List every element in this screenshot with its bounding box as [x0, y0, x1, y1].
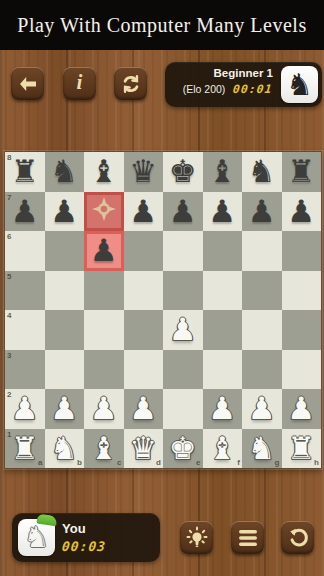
- square-d7[interactable]: ♟: [124, 192, 164, 232]
- player-name: You: [62, 521, 106, 536]
- square-e7[interactable]: ♟: [163, 192, 203, 232]
- square-g2[interactable]: ♟: [242, 389, 282, 429]
- back-button[interactable]: [11, 67, 44, 100]
- square-a8[interactable]: 8♜: [5, 152, 45, 192]
- player-panel: ♞ You 00:03: [12, 513, 160, 562]
- piece-white-pawn: ♟: [208, 393, 236, 424]
- piece-white-bishop: ♝: [90, 433, 118, 464]
- square-h7[interactable]: ♟: [282, 192, 322, 232]
- hamburger-menu-icon: [238, 529, 258, 547]
- square-d1[interactable]: d♛: [124, 429, 164, 469]
- square-f3[interactable]: [203, 350, 243, 390]
- square-d4[interactable]: [124, 310, 164, 350]
- square-b1[interactable]: b♞: [45, 429, 85, 469]
- piece-black-rook: ♜: [287, 156, 315, 187]
- piece-black-knight: ♞: [248, 156, 276, 187]
- square-g4[interactable]: [242, 310, 282, 350]
- square-h2[interactable]: ♟: [282, 389, 322, 429]
- square-d5[interactable]: [124, 271, 164, 311]
- piece-white-bishop: ♝: [208, 433, 236, 464]
- opponent-info: Beginner 1 (Elo 200) 00:01: [183, 67, 273, 96]
- rank-label-5: 5: [7, 272, 11, 281]
- opponent-elo: (Elo 200): [183, 83, 226, 95]
- piece-white-pawn: ♟: [11, 393, 39, 424]
- player-clock: 00:03: [61, 539, 107, 554]
- square-b5[interactable]: [45, 271, 85, 311]
- rank-label-7: 7: [7, 193, 11, 202]
- piece-white-knight: ♞: [248, 433, 276, 464]
- piece-black-pawn: ♟: [287, 196, 315, 227]
- piece-black-pawn: ♟: [90, 235, 118, 266]
- piece-white-queen: ♛: [129, 433, 157, 464]
- square-f6[interactable]: [203, 231, 243, 271]
- file-label-b: b: [77, 458, 82, 467]
- piece-black-king: ♚: [169, 156, 197, 187]
- piece-white-pawn: ♟: [129, 393, 157, 424]
- back-arrow-icon: [18, 76, 38, 92]
- opponent-clock: 00:01: [233, 82, 274, 96]
- square-g1[interactable]: g♞: [242, 429, 282, 469]
- square-c8[interactable]: ♝: [84, 152, 124, 192]
- piece-black-pawn: ♟: [208, 196, 236, 227]
- piece-black-pawn: ♟: [50, 196, 78, 227]
- lightbulb-icon: [185, 526, 209, 550]
- square-c6[interactable]: ♟: [84, 231, 124, 271]
- file-label-e: e: [196, 458, 200, 467]
- square-b4[interactable]: [45, 310, 85, 350]
- square-e2[interactable]: [163, 389, 203, 429]
- piece-white-pawn: ♟: [287, 393, 315, 424]
- piece-black-rook: ♜: [11, 156, 39, 187]
- file-label-h: h: [314, 458, 319, 467]
- square-e8[interactable]: ♚: [163, 152, 203, 192]
- square-e6[interactable]: [163, 231, 203, 271]
- rank-label-1: 1: [7, 430, 11, 439]
- square-b6[interactable]: [45, 231, 85, 271]
- square-a4[interactable]: 4: [5, 310, 45, 350]
- opponent-avatar: ♞: [281, 66, 318, 103]
- square-b7[interactable]: ♟: [45, 192, 85, 232]
- hint-button[interactable]: [180, 521, 213, 554]
- square-h6[interactable]: [282, 231, 322, 271]
- piece-white-king: ♚: [169, 433, 197, 464]
- square-a7[interactable]: 7♟: [5, 192, 45, 232]
- square-c2[interactable]: ♟: [84, 389, 124, 429]
- square-c7[interactable]: [84, 192, 124, 232]
- file-label-f: f: [237, 458, 240, 467]
- square-g6[interactable]: [242, 231, 282, 271]
- square-a6[interactable]: 6: [5, 231, 45, 271]
- piece-white-knight: ♞: [50, 433, 78, 464]
- square-e1[interactable]: e♚: [163, 429, 203, 469]
- white-knight-avatar-icon: ♞: [24, 523, 50, 552]
- square-f4[interactable]: [203, 310, 243, 350]
- square-a3[interactable]: 3: [5, 350, 45, 390]
- square-g5[interactable]: [242, 271, 282, 311]
- info-icon: i: [77, 72, 83, 95]
- menu-button[interactable]: [231, 521, 264, 554]
- piece-white-pawn: ♟: [50, 393, 78, 424]
- square-d2[interactable]: ♟: [124, 389, 164, 429]
- rank-label-4: 4: [7, 311, 11, 320]
- black-knight-avatar-icon: ♞: [286, 70, 313, 100]
- square-c4[interactable]: [84, 310, 124, 350]
- piece-black-pawn: ♟: [248, 196, 276, 227]
- square-d3[interactable]: [124, 350, 164, 390]
- square-f8[interactable]: ♝: [203, 152, 243, 192]
- rank-label-6: 6: [7, 232, 11, 241]
- page-title: Play With Computer Many Levels: [17, 14, 306, 37]
- undo-button[interactable]: [281, 521, 314, 554]
- square-c3[interactable]: [84, 350, 124, 390]
- piece-black-pawn: ♟: [11, 196, 39, 227]
- piece-white-rook: ♜: [287, 433, 315, 464]
- square-g7[interactable]: ♟: [242, 192, 282, 232]
- square-h4[interactable]: [282, 310, 322, 350]
- square-f7[interactable]: ♟: [203, 192, 243, 232]
- opponent-name: Beginner 1: [183, 67, 273, 79]
- square-f2[interactable]: ♟: [203, 389, 243, 429]
- piece-black-bishop: ♝: [90, 156, 118, 187]
- file-label-c: c: [117, 458, 121, 467]
- square-b8[interactable]: ♞: [45, 152, 85, 192]
- flip-board-button[interactable]: [114, 67, 147, 100]
- piece-white-rook: ♜: [11, 433, 39, 464]
- square-e3[interactable]: [163, 350, 203, 390]
- piece-white-pawn: ♟: [169, 314, 197, 345]
- square-d8[interactable]: ♛: [124, 152, 164, 192]
- rank-label-3: 3: [7, 351, 11, 360]
- square-e4[interactable]: ♟: [163, 310, 203, 350]
- square-d6[interactable]: [124, 231, 164, 271]
- square-h3[interactable]: [282, 350, 322, 390]
- square-f1[interactable]: f♝: [203, 429, 243, 469]
- square-f5[interactable]: [203, 271, 243, 311]
- app-screen: Play With Computer Many Levels i Beginne…: [0, 0, 324, 576]
- square-g3[interactable]: [242, 350, 282, 390]
- piece-black-knight: ♞: [50, 156, 78, 187]
- undo-arrow-icon: [287, 527, 309, 549]
- rank-label-8: 8: [7, 153, 11, 162]
- file-label-a: a: [38, 458, 42, 467]
- square-e5[interactable]: [163, 271, 203, 311]
- file-label-g: g: [275, 458, 280, 467]
- square-a5[interactable]: 5: [5, 271, 45, 311]
- piece-black-queen: ♛: [129, 156, 157, 187]
- player-avatar: ♞: [18, 519, 55, 556]
- piece-white-pawn: ♟: [248, 393, 276, 424]
- swap-rotate-icon: [120, 73, 142, 95]
- piece-black-pawn: ♟: [169, 196, 197, 227]
- square-c1[interactable]: c♝: [84, 429, 124, 469]
- player-info: You 00:03: [62, 521, 106, 555]
- info-button[interactable]: i: [63, 67, 96, 100]
- piece-white-pawn: ♟: [90, 393, 118, 424]
- piece-black-bishop: ♝: [208, 156, 236, 187]
- square-b3[interactable]: [45, 350, 85, 390]
- piece-black-pawn: ♟: [129, 196, 157, 227]
- square-a2[interactable]: 2♟: [5, 389, 45, 429]
- square-h5[interactable]: [282, 271, 322, 311]
- file-label-d: d: [156, 458, 161, 467]
- title-bar: Play With Computer Many Levels: [0, 0, 324, 50]
- square-b2[interactable]: ♟: [45, 389, 85, 429]
- square-c5[interactable]: [84, 271, 124, 311]
- square-g8[interactable]: ♞: [242, 152, 282, 192]
- square-h1[interactable]: h♜: [282, 429, 322, 469]
- square-h8[interactable]: ♜: [282, 152, 322, 192]
- chess-board: 8♜♞♝♛♚♝♞♜7♟♟♟♟♟♟♟6♟54♟32♟♟♟♟♟♟♟1a♜b♞c♝d♛…: [4, 151, 322, 469]
- rank-label-2: 2: [7, 390, 11, 399]
- opponent-panel: Beginner 1 (Elo 200) 00:01 ♞: [165, 62, 322, 107]
- move-origin-icon: [91, 196, 117, 226]
- square-a1[interactable]: 1a♜: [5, 429, 45, 469]
